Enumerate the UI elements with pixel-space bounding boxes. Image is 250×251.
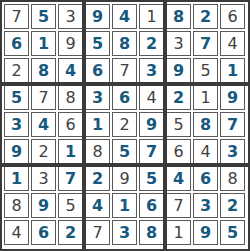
cell-r5c9[interactable]: 7 [220, 112, 245, 137]
cell-r6c8[interactable]: 4 [193, 139, 218, 164]
cell-r3c2[interactable]: 8 [31, 58, 56, 83]
cell-r6c1[interactable]: 9 [4, 139, 29, 164]
cell-r3c4[interactable]: 6 [85, 58, 110, 83]
cell-r7c6[interactable]: 5 [139, 166, 164, 191]
cell-r7c5[interactable]: 9 [112, 166, 137, 191]
cell-r4c9[interactable]: 9 [220, 85, 245, 110]
cell-r3c7[interactable]: 9 [166, 58, 191, 83]
cell-r4c5[interactable]: 6 [112, 85, 137, 110]
cell-r4c8[interactable]: 1 [193, 85, 218, 110]
cell-r2c7[interactable]: 3 [166, 31, 191, 56]
cell-r2c2[interactable]: 1 [31, 31, 56, 56]
cell-r9c2[interactable]: 6 [31, 220, 56, 245]
cell-r8c2[interactable]: 9 [31, 193, 56, 218]
sudoku-grid: 7539418266195823742846739515783642193461… [4, 4, 246, 245]
cell-r2c3[interactable]: 9 [58, 31, 83, 56]
sudoku-board: 7539418266195823742846739515783642193461… [0, 0, 250, 251]
cell-r2c1[interactable]: 6 [4, 31, 29, 56]
cell-r8c7[interactable]: 7 [166, 193, 191, 218]
cell-r7c2[interactable]: 3 [31, 166, 56, 191]
cell-r8c5[interactable]: 1 [112, 193, 137, 218]
cell-r1c6[interactable]: 1 [139, 4, 164, 29]
cell-r5c7[interactable]: 5 [166, 112, 191, 137]
cell-r1c1[interactable]: 7 [4, 4, 29, 29]
cell-r8c8[interactable]: 3 [193, 193, 218, 218]
cell-r5c5[interactable]: 2 [112, 112, 137, 137]
cell-r3c9[interactable]: 1 [220, 58, 245, 83]
cell-r2c6[interactable]: 2 [139, 31, 164, 56]
cell-r7c3[interactable]: 7 [58, 166, 83, 191]
cell-r1c3[interactable]: 3 [58, 4, 83, 29]
cell-r7c9[interactable]: 8 [220, 166, 245, 191]
cell-r3c3[interactable]: 4 [58, 58, 83, 83]
cell-r1c5[interactable]: 4 [112, 4, 137, 29]
cell-r2c8[interactable]: 7 [193, 31, 218, 56]
cell-r9c9[interactable]: 5 [220, 220, 245, 245]
cell-r3c6[interactable]: 3 [139, 58, 164, 83]
cell-r9c5[interactable]: 3 [112, 220, 137, 245]
cell-r8c6[interactable]: 6 [139, 193, 164, 218]
cell-r1c9[interactable]: 6 [220, 4, 245, 29]
cell-r7c1[interactable]: 1 [4, 166, 29, 191]
cell-r6c3[interactable]: 1 [58, 139, 83, 164]
cell-r5c4[interactable]: 1 [85, 112, 110, 137]
cell-r9c3[interactable]: 2 [58, 220, 83, 245]
cell-r3c1[interactable]: 2 [4, 58, 29, 83]
cell-r8c4[interactable]: 4 [85, 193, 110, 218]
cell-r5c1[interactable]: 3 [4, 112, 29, 137]
cell-r7c4[interactable]: 2 [85, 166, 110, 191]
cell-r9c6[interactable]: 8 [139, 220, 164, 245]
cell-r7c7[interactable]: 4 [166, 166, 191, 191]
cell-r1c2[interactable]: 5 [31, 4, 56, 29]
cell-r7c8[interactable]: 6 [193, 166, 218, 191]
cell-r6c9[interactable]: 3 [220, 139, 245, 164]
cell-r5c6[interactable]: 9 [139, 112, 164, 137]
cell-r5c3[interactable]: 6 [58, 112, 83, 137]
cell-r4c6[interactable]: 4 [139, 85, 164, 110]
cell-r5c2[interactable]: 4 [31, 112, 56, 137]
cell-r1c4[interactable]: 9 [85, 4, 110, 29]
cell-r8c1[interactable]: 8 [4, 193, 29, 218]
cell-r5c8[interactable]: 8 [193, 112, 218, 137]
cell-r3c8[interactable]: 5 [193, 58, 218, 83]
cell-r6c4[interactable]: 8 [85, 139, 110, 164]
cell-r6c7[interactable]: 6 [166, 139, 191, 164]
cell-r2c5[interactable]: 8 [112, 31, 137, 56]
cell-r1c7[interactable]: 8 [166, 4, 191, 29]
cell-r8c9[interactable]: 2 [220, 193, 245, 218]
cell-r4c7[interactable]: 2 [166, 85, 191, 110]
cell-r9c7[interactable]: 1 [166, 220, 191, 245]
cell-r4c3[interactable]: 8 [58, 85, 83, 110]
cell-r8c3[interactable]: 5 [58, 193, 83, 218]
cell-r1c8[interactable]: 2 [193, 4, 218, 29]
cell-r4c1[interactable]: 5 [4, 85, 29, 110]
cell-r2c9[interactable]: 4 [220, 31, 245, 56]
cell-r6c6[interactable]: 7 [139, 139, 164, 164]
cell-r2c4[interactable]: 5 [85, 31, 110, 56]
cell-r6c2[interactable]: 2 [31, 139, 56, 164]
cell-r4c4[interactable]: 3 [85, 85, 110, 110]
cell-r9c4[interactable]: 7 [85, 220, 110, 245]
cell-r4c2[interactable]: 7 [31, 85, 56, 110]
cell-r9c8[interactable]: 9 [193, 220, 218, 245]
cell-r9c1[interactable]: 4 [4, 220, 29, 245]
cell-r6c5[interactable]: 5 [112, 139, 137, 164]
cell-r3c5[interactable]: 7 [112, 58, 137, 83]
